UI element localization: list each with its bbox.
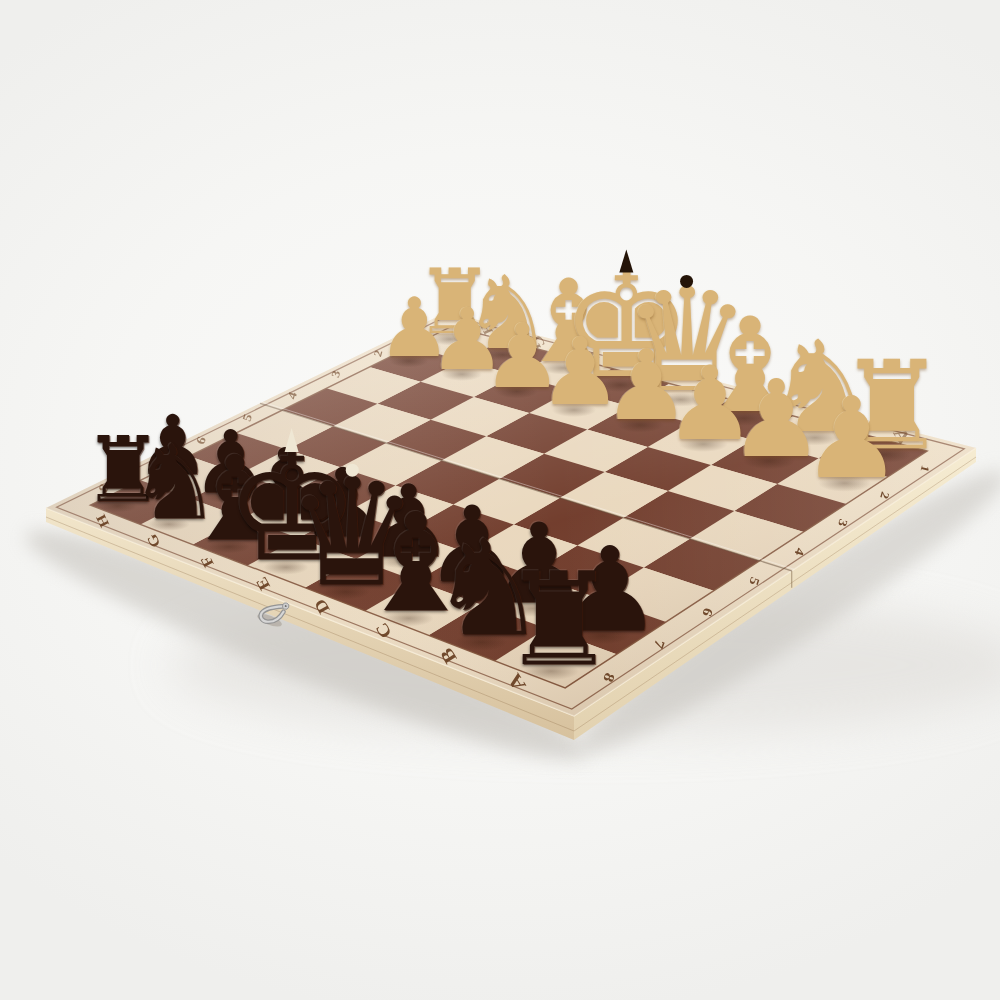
chess-board: HH88GG77FF66EE55DD44CC33BB22AA11 <box>0 0 1000 1000</box>
board-photo-svg: HH88GG77FF66EE55DD44CC33BB22AA11 <box>0 0 1000 1000</box>
product-photo: HH88GG77FF66EE55DD44CC33BB22AA11 ♜♞♝♛♚♝♞… <box>0 0 1000 1000</box>
